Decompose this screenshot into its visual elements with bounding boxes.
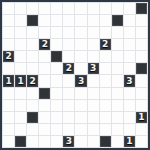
empty-cell-r7-c11[interactable] xyxy=(136,88,147,99)
empty-cell-r2-c8[interactable] xyxy=(100,27,111,38)
empty-cell-r3-c5[interactable] xyxy=(63,39,74,50)
empty-cell-r0-c0[interactable] xyxy=(3,3,14,14)
empty-cell-r7-c1[interactable] xyxy=(15,88,26,99)
empty-cell-r0-c7[interactable] xyxy=(88,3,99,14)
empty-cell-r0-c6[interactable] xyxy=(75,3,86,14)
empty-cell-r3-c6[interactable] xyxy=(75,39,86,50)
empty-cell-r11-c7[interactable] xyxy=(88,136,99,147)
empty-cell-r9-c10[interactable] xyxy=(124,112,135,123)
empty-cell-r9-c8[interactable] xyxy=(100,112,111,123)
empty-cell-r11-c9[interactable] xyxy=(112,136,123,147)
empty-cell-r1-c5[interactable] xyxy=(63,15,74,26)
filled-cell-r5-c11[interactable] xyxy=(136,63,147,74)
empty-cell-r8-c2[interactable] xyxy=(27,100,38,111)
clue-cell-r4-c0: 2 xyxy=(3,51,14,62)
empty-cell-r0-c9[interactable] xyxy=(112,3,123,14)
empty-cell-r0-c3[interactable] xyxy=(39,3,50,14)
empty-cell-r4-c3[interactable] xyxy=(39,51,50,62)
empty-cell-r6-c3[interactable] xyxy=(39,75,50,86)
empty-cell-r1-c4[interactable] xyxy=(51,15,62,26)
empty-cell-r8-c9[interactable] xyxy=(112,100,123,111)
empty-cell-r5-c0[interactable] xyxy=(3,63,14,74)
empty-cell-r1-c8[interactable] xyxy=(100,15,111,26)
empty-cell-r11-c6[interactable] xyxy=(75,136,86,147)
empty-cell-r1-c3[interactable] xyxy=(39,15,50,26)
empty-cell-r8-c7[interactable] xyxy=(88,100,99,111)
empty-cell-r5-c8[interactable] xyxy=(100,63,111,74)
empty-cell-r5-c9[interactable] xyxy=(112,63,123,74)
empty-cell-r5-c4[interactable] xyxy=(51,63,62,74)
empty-cell-r7-c8[interactable] xyxy=(100,88,111,99)
filled-cell-r7-c3[interactable] xyxy=(39,88,50,99)
empty-cell-r3-c11[interactable] xyxy=(136,39,147,50)
empty-cell-r4-c1[interactable] xyxy=(15,51,26,62)
empty-cell-r7-c9[interactable] xyxy=(112,88,123,99)
empty-cell-r10-c1[interactable] xyxy=(15,124,26,135)
empty-cell-r3-c1[interactable] xyxy=(15,39,26,50)
empty-cell-r9-c7[interactable] xyxy=(88,112,99,123)
empty-cell-r4-c7[interactable] xyxy=(88,51,99,62)
empty-cell-r0-c5[interactable] xyxy=(63,3,74,14)
empty-cell-r10-c9[interactable] xyxy=(112,124,123,135)
empty-cell-r4-c8[interactable] xyxy=(100,51,111,62)
filled-cell-r9-c2[interactable] xyxy=(27,112,38,123)
empty-cell-r11-c2[interactable] xyxy=(27,136,38,147)
empty-cell-r8-c10[interactable] xyxy=(124,100,135,111)
empty-cell-r6-c9[interactable] xyxy=(112,75,123,86)
empty-cell-r4-c10[interactable] xyxy=(124,51,135,62)
clue-cell-r6-c1: 1 xyxy=(15,75,26,86)
puzzle-board: 2222311233131 xyxy=(0,0,150,150)
empty-cell-r2-c0[interactable] xyxy=(3,27,14,38)
empty-cell-r2-c9[interactable] xyxy=(112,27,123,38)
empty-cell-r3-c4[interactable] xyxy=(51,39,62,50)
empty-cell-r9-c3[interactable] xyxy=(39,112,50,123)
empty-cell-r4-c6[interactable] xyxy=(75,51,86,62)
filled-cell-r1-c9[interactable] xyxy=(112,15,123,26)
empty-cell-r10-c11[interactable] xyxy=(136,124,147,135)
empty-cell-r4-c5[interactable] xyxy=(63,51,74,62)
filled-cell-r4-c4[interactable] xyxy=(51,51,62,62)
empty-cell-r3-c2[interactable] xyxy=(27,39,38,50)
clue-cell-r6-c10: 3 xyxy=(124,75,135,86)
empty-cell-r2-c2[interactable] xyxy=(27,27,38,38)
clue-cell-r5-c7: 3 xyxy=(88,63,99,74)
empty-cell-r7-c6[interactable] xyxy=(75,88,86,99)
empty-cell-r9-c5[interactable] xyxy=(63,112,74,123)
empty-cell-r10-c5[interactable] xyxy=(63,124,74,135)
empty-cell-r8-c4[interactable] xyxy=(51,100,62,111)
empty-cell-r10-c4[interactable] xyxy=(51,124,62,135)
empty-cell-r2-c11[interactable] xyxy=(136,27,147,38)
empty-cell-r11-c3[interactable] xyxy=(39,136,50,147)
empty-cell-r7-c7[interactable] xyxy=(88,88,99,99)
empty-cell-r2-c4[interactable] xyxy=(51,27,62,38)
empty-cell-r2-c7[interactable] xyxy=(88,27,99,38)
clue-cell-r6-c6: 3 xyxy=(75,75,86,86)
empty-cell-r5-c1[interactable] xyxy=(15,63,26,74)
empty-cell-r6-c8[interactable] xyxy=(100,75,111,86)
empty-cell-r6-c4[interactable] xyxy=(51,75,62,86)
empty-cell-r0-c8[interactable] xyxy=(100,3,111,14)
empty-cell-r9-c6[interactable] xyxy=(75,112,86,123)
clue-cell-r11-c5: 3 xyxy=(63,136,74,147)
empty-cell-r9-c1[interactable] xyxy=(15,112,26,123)
empty-cell-r5-c3[interactable] xyxy=(39,63,50,74)
empty-cell-r1-c6[interactable] xyxy=(75,15,86,26)
empty-cell-r2-c1[interactable] xyxy=(15,27,26,38)
empty-cell-r7-c4[interactable] xyxy=(51,88,62,99)
empty-cell-r8-c5[interactable] xyxy=(63,100,74,111)
empty-cell-r1-c1[interactable] xyxy=(15,15,26,26)
empty-cell-r6-c7[interactable] xyxy=(88,75,99,86)
empty-cell-r10-c3[interactable] xyxy=(39,124,50,135)
clue-cell-r5-c5: 2 xyxy=(63,63,74,74)
empty-cell-r1-c0[interactable] xyxy=(3,15,14,26)
empty-cell-r10-c7[interactable] xyxy=(88,124,99,135)
empty-cell-r2-c10[interactable] xyxy=(124,27,135,38)
empty-cell-r2-c5[interactable] xyxy=(63,27,74,38)
empty-cell-r1-c10[interactable] xyxy=(124,15,135,26)
empty-cell-r5-c10[interactable] xyxy=(124,63,135,74)
empty-cell-r4-c2[interactable] xyxy=(27,51,38,62)
empty-cell-r8-c0[interactable] xyxy=(3,100,14,111)
empty-cell-r5-c6[interactable] xyxy=(75,63,86,74)
empty-cell-r8-c1[interactable] xyxy=(15,100,26,111)
clue-cell-r6-c2: 2 xyxy=(27,75,38,86)
empty-cell-r3-c10[interactable] xyxy=(124,39,135,50)
empty-cell-r3-c9[interactable] xyxy=(112,39,123,50)
filled-cell-r11-c8[interactable] xyxy=(100,136,111,147)
empty-cell-r11-c11[interactable] xyxy=(136,136,147,147)
empty-cell-r0-c4[interactable] xyxy=(51,3,62,14)
empty-cell-r1-c7[interactable] xyxy=(88,15,99,26)
clue-cell-r3-c3: 2 xyxy=(39,39,50,50)
empty-cell-r7-c5[interactable] xyxy=(63,88,74,99)
clue-cell-r6-c0: 1 xyxy=(3,75,14,86)
empty-cell-r0-c2[interactable] xyxy=(27,3,38,14)
empty-cell-r10-c10[interactable] xyxy=(124,124,135,135)
empty-cell-r1-c11[interactable] xyxy=(136,15,147,26)
empty-cell-r10-c0[interactable] xyxy=(3,124,14,135)
empty-cell-r0-c1[interactable] xyxy=(15,3,26,14)
empty-cell-r4-c9[interactable] xyxy=(112,51,123,62)
empty-cell-r11-c0[interactable] xyxy=(3,136,14,147)
empty-cell-r9-c9[interactable] xyxy=(112,112,123,123)
clue-cell-r9-c11: 1 xyxy=(136,112,147,123)
empty-cell-r9-c0[interactable] xyxy=(3,112,14,123)
empty-cell-r8-c8[interactable] xyxy=(100,100,111,111)
empty-cell-r9-c4[interactable] xyxy=(51,112,62,123)
empty-cell-r10-c2[interactable] xyxy=(27,124,38,135)
empty-cell-r5-c2[interactable] xyxy=(27,63,38,74)
empty-cell-r6-c5[interactable] xyxy=(63,75,74,86)
empty-cell-r10-c6[interactable] xyxy=(75,124,86,135)
empty-cell-r4-c11[interactable] xyxy=(136,51,147,62)
empty-cell-r7-c0[interactable] xyxy=(3,88,14,99)
empty-cell-r10-c8[interactable] xyxy=(100,124,111,135)
empty-cell-r11-c4[interactable] xyxy=(51,136,62,147)
clue-cell-r3-c8: 2 xyxy=(100,39,111,50)
empty-cell-r7-c2[interactable] xyxy=(27,88,38,99)
clue-cell-r11-c10: 1 xyxy=(124,136,135,147)
empty-cell-r8-c11[interactable] xyxy=(136,100,147,111)
empty-cell-r8-c6[interactable] xyxy=(75,100,86,111)
filled-cell-r1-c2[interactable] xyxy=(27,15,38,26)
empty-cell-r0-c10[interactable] xyxy=(124,3,135,14)
empty-cell-r8-c3[interactable] xyxy=(39,100,50,111)
empty-cell-r3-c7[interactable] xyxy=(88,39,99,50)
empty-cell-r3-c0[interactable] xyxy=(3,39,14,50)
empty-cell-r7-c10[interactable] xyxy=(124,88,135,99)
empty-cell-r2-c3[interactable] xyxy=(39,27,50,38)
filled-cell-r0-c11[interactable] xyxy=(136,3,147,14)
filled-cell-r11-c1[interactable] xyxy=(15,136,26,147)
empty-cell-r6-c11[interactable] xyxy=(136,75,147,86)
empty-cell-r2-c6[interactable] xyxy=(75,27,86,38)
